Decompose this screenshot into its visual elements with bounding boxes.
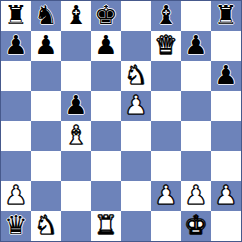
square-a8[interactable]: ♜ — [1, 1, 31, 31]
square-g1[interactable]: ♚ — [181, 211, 211, 241]
square-d8[interactable]: ♚ — [91, 1, 121, 31]
chess-board-frame: ♜♞♝♚♝♜♟♟♟♛♟♞♟♟♟♝♟♟♟♟♛♞♜♚ — [0, 0, 242, 242]
square-b2[interactable] — [31, 181, 61, 211]
square-d2[interactable] — [91, 181, 121, 211]
square-h7[interactable] — [211, 31, 241, 61]
square-c2[interactable] — [61, 181, 91, 211]
piece-white-knight[interactable]: ♞ — [124, 62, 147, 88]
square-e1[interactable] — [121, 211, 151, 241]
square-d4[interactable] — [91, 121, 121, 151]
square-c8[interactable]: ♝ — [61, 1, 91, 31]
piece-black-rook[interactable]: ♜ — [214, 2, 237, 28]
piece-black-queen[interactable]: ♛ — [4, 212, 27, 238]
piece-white-knight[interactable]: ♞ — [34, 212, 57, 238]
square-a6[interactable] — [1, 61, 31, 91]
square-a1[interactable]: ♛ — [1, 211, 31, 241]
piece-black-bishop[interactable]: ♝ — [64, 2, 87, 28]
square-a7[interactable]: ♟ — [1, 31, 31, 61]
piece-black-pawn[interactable]: ♟ — [214, 62, 237, 88]
square-f6[interactable] — [151, 61, 181, 91]
square-d3[interactable] — [91, 151, 121, 181]
piece-white-king[interactable]: ♚ — [184, 212, 207, 238]
square-b8[interactable]: ♞ — [31, 1, 61, 31]
square-c6[interactable] — [61, 61, 91, 91]
square-f3[interactable] — [151, 151, 181, 181]
square-e5[interactable]: ♟ — [121, 91, 151, 121]
square-a2[interactable]: ♟ — [1, 181, 31, 211]
square-c1[interactable] — [61, 211, 91, 241]
square-g6[interactable] — [181, 61, 211, 91]
square-e4[interactable] — [121, 121, 151, 151]
square-e8[interactable] — [121, 1, 151, 31]
piece-white-pawn[interactable]: ♟ — [124, 92, 147, 118]
piece-white-pawn[interactable]: ♟ — [214, 182, 237, 208]
chess-board: ♜♞♝♚♝♜♟♟♟♛♟♞♟♟♟♝♟♟♟♟♛♞♜♚ — [1, 1, 241, 241]
square-h1[interactable] — [211, 211, 241, 241]
square-b3[interactable] — [31, 151, 61, 181]
square-a4[interactable] — [1, 121, 31, 151]
piece-black-rook[interactable]: ♜ — [4, 2, 27, 28]
square-h8[interactable]: ♜ — [211, 1, 241, 31]
piece-white-pawn[interactable]: ♟ — [184, 182, 207, 208]
square-b6[interactable] — [31, 61, 61, 91]
square-h3[interactable] — [211, 151, 241, 181]
square-g7[interactable]: ♟ — [181, 31, 211, 61]
square-c7[interactable] — [61, 31, 91, 61]
square-f1[interactable] — [151, 211, 181, 241]
square-b4[interactable] — [31, 121, 61, 151]
square-h2[interactable]: ♟ — [211, 181, 241, 211]
square-f5[interactable] — [151, 91, 181, 121]
square-a3[interactable] — [1, 151, 31, 181]
square-g5[interactable] — [181, 91, 211, 121]
square-g2[interactable]: ♟ — [181, 181, 211, 211]
square-c4[interactable]: ♝ — [61, 121, 91, 151]
square-g4[interactable] — [181, 121, 211, 151]
piece-black-pawn[interactable]: ♟ — [94, 32, 117, 58]
square-a5[interactable] — [1, 91, 31, 121]
square-g3[interactable] — [181, 151, 211, 181]
square-d7[interactable]: ♟ — [91, 31, 121, 61]
piece-white-pawn[interactable]: ♟ — [154, 182, 177, 208]
piece-black-bishop[interactable]: ♝ — [154, 2, 177, 28]
square-f7[interactable]: ♛ — [151, 31, 181, 61]
piece-white-queen[interactable]: ♛ — [154, 32, 177, 58]
square-g8[interactable] — [181, 1, 211, 31]
square-c5[interactable]: ♟ — [61, 91, 91, 121]
piece-white-pawn[interactable]: ♟ — [4, 182, 27, 208]
piece-black-pawn[interactable]: ♟ — [184, 32, 207, 58]
square-d1[interactable]: ♜ — [91, 211, 121, 241]
square-h5[interactable] — [211, 91, 241, 121]
piece-black-pawn[interactable]: ♟ — [34, 32, 57, 58]
square-f2[interactable]: ♟ — [151, 181, 181, 211]
piece-black-pawn[interactable]: ♟ — [4, 32, 27, 58]
square-f4[interactable] — [151, 121, 181, 151]
square-e6[interactable]: ♞ — [121, 61, 151, 91]
square-f8[interactable]: ♝ — [151, 1, 181, 31]
square-e3[interactable] — [121, 151, 151, 181]
square-c3[interactable] — [61, 151, 91, 181]
square-b5[interactable] — [31, 91, 61, 121]
piece-white-rook[interactable]: ♜ — [94, 212, 117, 238]
square-d5[interactable] — [91, 91, 121, 121]
square-b1[interactable]: ♞ — [31, 211, 61, 241]
square-b7[interactable]: ♟ — [31, 31, 61, 61]
piece-black-king[interactable]: ♚ — [94, 2, 117, 28]
piece-black-knight[interactable]: ♞ — [34, 2, 57, 28]
square-h4[interactable] — [211, 121, 241, 151]
piece-white-bishop[interactable]: ♝ — [64, 122, 87, 148]
square-e7[interactable] — [121, 31, 151, 61]
square-h6[interactable]: ♟ — [211, 61, 241, 91]
piece-black-pawn[interactable]: ♟ — [64, 92, 87, 118]
square-e2[interactable] — [121, 181, 151, 211]
square-d6[interactable] — [91, 61, 121, 91]
